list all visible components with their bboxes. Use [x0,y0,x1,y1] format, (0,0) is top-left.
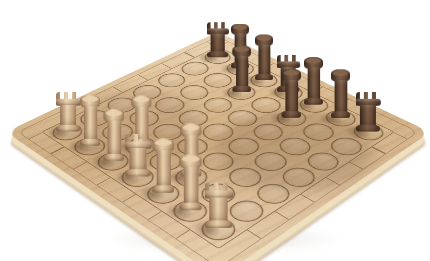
piece-shaft [183,167,198,205]
piece-light-cylinder[interactable] [179,154,201,210]
board-cell[interactable] [274,134,317,158]
piece-dark-tower[interactable] [207,22,228,57]
piece-shaft [156,151,170,188]
piece-shaft [60,105,76,127]
piece-shaft [235,56,247,88]
render-canvas [0,0,430,261]
piece-foot [232,86,251,93]
piece-foot [207,51,228,57]
piece-dark-cylinder[interactable] [331,69,351,118]
piece-shaft [107,120,121,156]
piece-dark-cylinder[interactable] [304,57,323,105]
piece-shaft [209,198,227,223]
board-cell[interactable] [196,149,240,175]
piece-foot [304,98,323,105]
piece-shaft [83,106,96,141]
board-cell[interactable] [197,121,239,144]
piece-shaft [129,148,146,172]
piece-dark-cylinder[interactable] [255,34,273,80]
piece-dark-tower[interactable] [356,92,380,132]
piece-foot [125,169,151,176]
piece-foot [56,125,80,132]
piece-light-cylinder[interactable] [103,109,124,161]
piece-light-tower[interactable] [205,183,233,229]
piece-shaft [285,80,298,113]
piece-foot [179,203,201,211]
piece-shaft [308,68,320,101]
piece-shaft [334,80,347,113]
piece-foot [152,186,174,194]
board-cell[interactable] [276,164,321,191]
piece-foot [356,125,380,132]
board-cell[interactable] [301,149,345,175]
piece-foot [331,111,351,118]
piece-foot [255,74,273,80]
board-cell[interactable] [250,180,296,208]
piece-light-tower[interactable] [56,92,80,132]
scene [0,0,430,261]
game-board [6,32,430,261]
pieces-layer [43,47,394,248]
piece-dark-cylinder[interactable] [232,45,251,92]
board-cell[interactable] [175,82,214,103]
board-cell[interactable] [249,149,293,175]
piece-shaft [258,44,270,75]
board-cell[interactable] [153,71,191,91]
board-cell[interactable] [222,134,265,158]
board-cell[interactable] [222,107,263,129]
piece-light-tower[interactable] [125,134,151,177]
piece-dark-cylinder[interactable] [282,69,302,118]
piece-light-cylinder[interactable] [80,95,100,146]
rim-tick-strip-right [219,132,407,257]
piece-foot [80,139,100,146]
board-cell[interactable] [150,95,190,116]
piece-foot [103,154,124,161]
piece-foot [282,111,302,118]
piece-shaft [211,33,225,52]
piece-foot [205,221,233,229]
piece-shaft [360,105,376,127]
piece-light-cylinder[interactable] [152,139,174,194]
